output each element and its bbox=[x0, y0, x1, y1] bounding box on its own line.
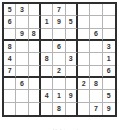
cell-r8c1[interactable] bbox=[4, 90, 16, 102]
cell-r6c7[interactable] bbox=[78, 66, 90, 78]
cell-r4c4[interactable] bbox=[41, 41, 53, 53]
cell-r1c1[interactable]: 5 bbox=[4, 4, 16, 16]
cell-r7c8[interactable]: 8 bbox=[90, 78, 102, 90]
cell-r6c1[interactable]: 7 bbox=[4, 66, 16, 78]
cell-r9c9[interactable]: 9 bbox=[103, 103, 115, 115]
cell-r3c3[interactable]: 8 bbox=[29, 29, 41, 41]
cell-r7c5[interactable] bbox=[53, 78, 65, 90]
cell-r1c3[interactable] bbox=[29, 4, 41, 16]
cell-r8c7[interactable] bbox=[78, 90, 90, 102]
cell-r2c6[interactable]: 5 bbox=[66, 16, 78, 28]
cell-r4c5[interactable]: 6 bbox=[53, 41, 65, 53]
cell-r2c3[interactable] bbox=[29, 16, 41, 28]
cell-r6c9[interactable]: 6 bbox=[103, 66, 115, 78]
cell-r8c5[interactable]: 1 bbox=[53, 90, 65, 102]
cell-r9c5[interactable]: 8 bbox=[53, 103, 65, 115]
cell-r2c8[interactable] bbox=[90, 16, 102, 28]
cell-r2c9[interactable] bbox=[103, 16, 115, 28]
cell-r6c4[interactable] bbox=[41, 66, 53, 78]
cell-r2c2[interactable] bbox=[16, 16, 28, 28]
cell-r8c6[interactable]: 9 bbox=[66, 90, 78, 102]
cell-r5c2[interactable] bbox=[16, 53, 28, 65]
cell-r7c2[interactable]: 6 bbox=[16, 78, 28, 90]
cell-r3c5[interactable] bbox=[53, 29, 65, 41]
cell-r3c4[interactable] bbox=[41, 29, 53, 41]
cell-r2c4[interactable]: 1 bbox=[41, 16, 53, 28]
cell-r4c7[interactable] bbox=[78, 41, 90, 53]
cell-r1c5[interactable]: 7 bbox=[53, 4, 65, 16]
cell-r4c1[interactable]: 8 bbox=[4, 41, 16, 53]
cell-r1c6[interactable] bbox=[66, 4, 78, 16]
cell-r9c4[interactable] bbox=[41, 103, 53, 115]
cell-r8c3[interactable] bbox=[29, 90, 41, 102]
cell-r8c8[interactable] bbox=[90, 90, 102, 102]
cell-r7c7[interactable]: 2 bbox=[78, 78, 90, 90]
cell-r4c2[interactable] bbox=[16, 41, 28, 53]
cell-r9c3[interactable] bbox=[29, 103, 41, 115]
watermark-url: www.sudokudastampare.it bbox=[41, 129, 78, 130]
cell-r7c4[interactable] bbox=[41, 78, 53, 90]
cell-r9c6[interactable] bbox=[66, 103, 78, 115]
cell-r6c2[interactable] bbox=[16, 66, 28, 78]
cell-r3c1[interactable] bbox=[4, 29, 16, 41]
cell-r7c1[interactable] bbox=[4, 78, 16, 90]
cell-r5c8[interactable] bbox=[90, 53, 102, 65]
cell-r6c5[interactable]: 2 bbox=[53, 66, 65, 78]
cell-r1c7[interactable] bbox=[78, 4, 90, 16]
cell-r1c4[interactable] bbox=[41, 4, 53, 16]
cell-r4c8[interactable] bbox=[90, 41, 102, 53]
cell-r4c6[interactable] bbox=[66, 41, 78, 53]
cell-r5c7[interactable] bbox=[78, 53, 90, 65]
footer: www.sudokudastampare.it bbox=[0, 121, 119, 130]
cell-r5c4[interactable]: 8 bbox=[41, 53, 53, 65]
cell-r6c3[interactable] bbox=[29, 66, 41, 78]
cell-r7c6[interactable] bbox=[66, 78, 78, 90]
cell-r9c8[interactable]: 7 bbox=[90, 103, 102, 115]
cell-r8c2[interactable] bbox=[16, 90, 28, 102]
cell-r5c9[interactable]: 1 bbox=[103, 53, 115, 65]
cell-r3c6[interactable] bbox=[66, 29, 78, 41]
cell-r1c2[interactable]: 3 bbox=[16, 4, 28, 16]
cell-r2c1[interactable]: 6 bbox=[4, 16, 16, 28]
cell-r2c7[interactable] bbox=[78, 16, 90, 28]
cell-r3c7[interactable] bbox=[78, 29, 90, 41]
cell-r3c9[interactable] bbox=[103, 29, 115, 41]
cell-r2c5[interactable]: 9 bbox=[53, 16, 65, 28]
cell-r7c3[interactable] bbox=[29, 78, 41, 90]
cell-r5c6[interactable]: 3 bbox=[66, 53, 78, 65]
cell-r9c1[interactable] bbox=[4, 103, 16, 115]
sudoku-page: 537619598686348317266284195879 www.sudok… bbox=[0, 0, 119, 130]
cell-r3c8[interactable]: 6 bbox=[90, 29, 102, 41]
cell-r3c2[interactable]: 9 bbox=[16, 29, 28, 41]
cell-r8c9[interactable]: 5 bbox=[103, 90, 115, 102]
cell-r6c8[interactable] bbox=[90, 66, 102, 78]
sudoku-board: 537619598686348317266284195879 bbox=[2, 2, 117, 117]
cell-r8c4[interactable]: 4 bbox=[41, 90, 53, 102]
cell-r5c1[interactable]: 4 bbox=[4, 53, 16, 65]
cell-r7c9[interactable] bbox=[103, 78, 115, 90]
cell-r5c5[interactable] bbox=[53, 53, 65, 65]
cell-r6c6[interactable] bbox=[66, 66, 78, 78]
cell-r1c9[interactable] bbox=[103, 4, 115, 16]
cell-r9c2[interactable] bbox=[16, 103, 28, 115]
cell-r4c3[interactable] bbox=[29, 41, 41, 53]
cell-r9c7[interactable] bbox=[78, 103, 90, 115]
cell-r1c8[interactable] bbox=[90, 4, 102, 16]
cell-r4c9[interactable]: 3 bbox=[103, 41, 115, 53]
cell-r5c3[interactable] bbox=[29, 53, 41, 65]
